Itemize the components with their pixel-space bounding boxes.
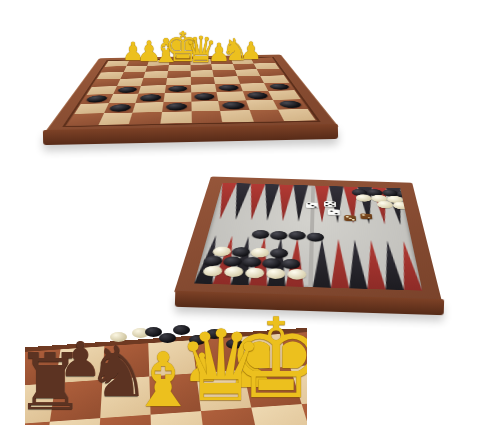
closeup-square-light [56, 346, 105, 383]
die-white [328, 209, 341, 215]
board-square-dark [191, 111, 222, 123]
die-pip [330, 210, 333, 211]
chessboard-grid [67, 58, 316, 126]
die-white [324, 201, 336, 207]
closeup-square-light [151, 411, 207, 425]
die-pip [332, 205, 335, 206]
board-square-dark [273, 99, 307, 110]
board-square-light [220, 110, 253, 122]
closeup-square-light [196, 370, 251, 411]
checker-piece-black [268, 83, 290, 89]
closeup-square-light [251, 404, 307, 425]
checker-piece-black [222, 102, 245, 110]
die-pip [314, 206, 317, 207]
backgammon-point-red [363, 240, 386, 290]
checker-piece-black [219, 85, 239, 91]
closeup-square-light [148, 340, 196, 376]
die-pip [326, 205, 329, 206]
backgammon-checker-black [269, 248, 288, 258]
checker-piece-black [85, 95, 109, 102]
chess-pieces-closeup-photo: ♟♟♟♞♚♛♝♜ [25, 312, 307, 425]
backgammon-checker-black [251, 230, 270, 239]
die-pip [368, 217, 371, 218]
checker-piece-black [206, 329, 223, 339]
chess-checkers-board-photo: ♟♟♝♚♛♟♞♟ [40, 10, 340, 160]
closeup-square-dark [50, 380, 103, 422]
checker-piece-black [168, 86, 187, 92]
backgammon-frame [174, 177, 442, 302]
backgammon-checker-black [307, 232, 324, 241]
checker-piece-black [140, 94, 161, 101]
backgammon-checker-black [288, 231, 306, 240]
die-wooden [344, 215, 356, 221]
checker-piece-black [166, 103, 187, 111]
backgammon-point-red [330, 239, 349, 289]
checker-piece-black [194, 93, 214, 100]
board-square-light [98, 113, 133, 125]
product-photo-collage: ♟♟♝♚♛♟♞♟ ♟♟♟♞♚♛♝♜ [0, 0, 500, 440]
board-square-dark [104, 103, 136, 114]
board-square-light [279, 109, 316, 121]
die-pip [352, 219, 355, 220]
checker-piece-black [226, 339, 243, 349]
board-square-light [133, 102, 164, 113]
die-wooden [360, 213, 372, 219]
backgammon-point-red [212, 183, 236, 220]
board-square-dark [129, 112, 162, 124]
backgammon-checker-white [356, 194, 372, 202]
chessboard-frame [44, 55, 339, 134]
backgammon-point-black [313, 238, 331, 287]
board-square-dark [162, 101, 191, 112]
backgammon-point-black [346, 239, 367, 289]
board-square-dark [218, 100, 249, 111]
backgammon-surface [194, 183, 422, 291]
checker-piece-black [246, 92, 269, 99]
board-square-light [160, 112, 191, 124]
closeup-square-dark [102, 343, 149, 380]
checker-piece-black [117, 87, 138, 93]
die-pip [332, 202, 335, 203]
checker-piece-black [108, 104, 132, 112]
backgammon-point-red [275, 185, 294, 222]
board-square-light [191, 101, 220, 112]
closeup-square-dark [149, 373, 201, 414]
die-pip [335, 213, 338, 214]
checker-piece-black [189, 335, 206, 345]
backgammon-checker-white [287, 269, 306, 280]
checker-piece-black [253, 344, 270, 354]
closeup-square-dark [25, 422, 50, 425]
backgammon-checker-black [202, 256, 223, 266]
closeup-square-light [100, 376, 150, 418]
backgammon-checker-black [270, 231, 288, 240]
checker-piece-white [110, 332, 127, 342]
die-white [306, 202, 318, 208]
checker-piece-black [159, 333, 176, 343]
die-pip [362, 214, 365, 215]
backgammon-checker-white [250, 248, 269, 258]
checker-piece-black [278, 100, 303, 108]
checker-piece-black [173, 325, 190, 335]
